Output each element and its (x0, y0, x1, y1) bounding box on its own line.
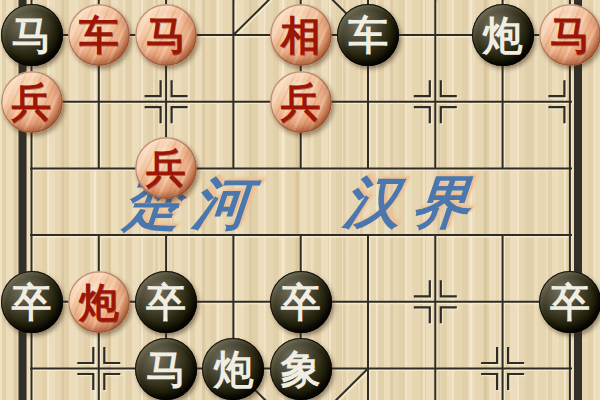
piece-black-cannon-file8-rank3[interactable]: 炮 (472, 4, 534, 66)
piece-red-elephant-file5-rank3[interactable]: 相 (270, 4, 332, 66)
piece-red-horse-file9-rank3[interactable]: 马 (539, 4, 600, 66)
piece-black-soldier-file5-rank7[interactable]: 卒 (270, 271, 332, 333)
piece-black-soldier-file9-rank7[interactable]: 卒 (539, 271, 600, 333)
piece-black-horse-file3-rank8[interactable]: 马 (135, 338, 197, 400)
piece-black-elephant-file5-rank8[interactable]: 象 (270, 338, 332, 400)
piece-red-soldier-file5-rank4[interactable]: 兵 (270, 71, 332, 133)
river-label-right: 汉界 (342, 173, 485, 230)
piece-black-soldier-file3-rank7[interactable]: 卒 (135, 271, 197, 333)
piece-red-chariot-file2-rank3[interactable]: 车 (68, 4, 130, 66)
piece-red-cannon-file2-rank7[interactable]: 炮 (68, 271, 130, 333)
piece-black-cannon-file4-rank8[interactable]: 炮 (202, 338, 264, 400)
piece-black-chariot-file6-rank3[interactable]: 车 (337, 4, 399, 66)
xiangqi-board: 楚河 汉界 马车马相车炮马兵兵兵卒炮卒卒卒马炮象 (0, 0, 600, 400)
piece-red-horse-file3-rank3[interactable]: 马 (135, 4, 197, 66)
piece-red-soldier-file1-rank4[interactable]: 兵 (1, 71, 63, 133)
piece-black-soldier-file1-rank7[interactable]: 卒 (1, 271, 63, 333)
piece-black-horse-file1-rank3[interactable]: 马 (1, 4, 63, 66)
